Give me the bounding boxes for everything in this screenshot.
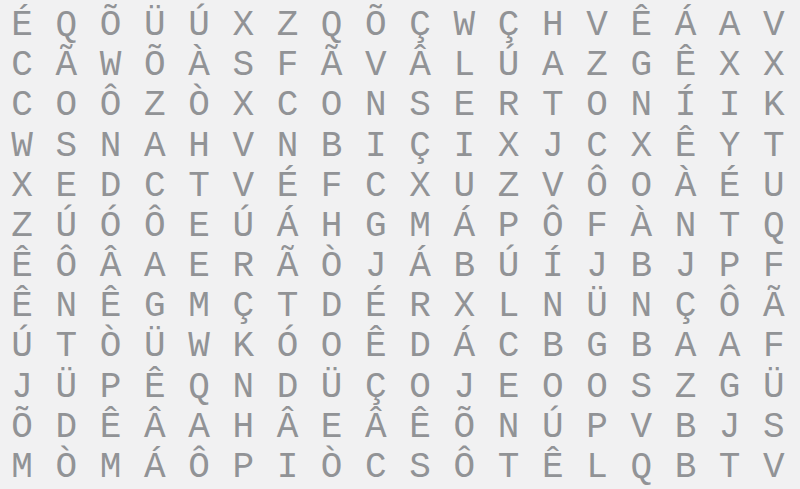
grid-cell[interactable]: Ê [354,327,398,367]
grid-cell[interactable]: B [310,127,354,167]
grid-cell[interactable]: Ü [575,287,619,327]
grid-cell[interactable]: Ç [398,127,442,167]
grid-cell[interactable]: F [265,46,309,86]
grid-cell[interactable]: Ê [88,287,132,327]
grid-cell[interactable]: U [752,167,796,207]
grid-cell[interactable]: W [0,127,44,167]
grid-cell[interactable]: V [575,6,619,46]
grid-cell[interactable]: Ò [44,448,88,488]
grid-cell[interactable]: Ó [88,207,132,247]
grid-cell[interactable]: V [531,167,575,207]
grid-cell[interactable]: Ô [44,247,88,287]
grid-cell[interactable]: Â [265,408,309,448]
grid-cell[interactable]: N [44,287,88,327]
grid-cell[interactable]: G [575,327,619,367]
grid-cell[interactable]: Ú [44,207,88,247]
grid-cell[interactable]: E [486,368,530,408]
grid-cell[interactable]: Ê [88,408,132,448]
grid-cell[interactable]: I [265,448,309,488]
grid-cell[interactable]: Ê [0,287,44,327]
grid-cell[interactable]: N [663,207,707,247]
word-search-screen: ÉQÕÜÚXZQÕÇWÇHVÊÁAVCÃWÕÀSFÃVÂLÚAZGÊXXCOÔZ… [0,0,800,489]
grid-cell[interactable]: Ô [133,207,177,247]
grid-cell[interactable]: Z [265,6,309,46]
grid-cell[interactable]: E [44,167,88,207]
grid-cell[interactable]: S [752,408,796,448]
grid-cell[interactable]: X [486,127,530,167]
grid-cell[interactable]: É [265,167,309,207]
grid-cell[interactable]: Ç [663,287,707,327]
grid-cell[interactable]: K [752,86,796,126]
grid-cell[interactable]: C [575,127,619,167]
grid-cell[interactable]: Ã [752,287,796,327]
grid-cell[interactable]: N [265,127,309,167]
grid-cell[interactable]: O [310,327,354,367]
grid-cell[interactable]: M [398,207,442,247]
grid-cell[interactable]: G [619,46,663,86]
grid-cell[interactable]: Ô [442,448,486,488]
grid-cell[interactable]: Á [398,247,442,287]
grid-cell[interactable]: S [398,448,442,488]
grid-cell[interactable]: É [0,6,44,46]
grid-cell[interactable]: E [442,86,486,126]
grid-cell[interactable]: P [708,247,752,287]
grid-cell[interactable]: Á [265,207,309,247]
grid-cell[interactable]: C [0,46,44,86]
grid-cell[interactable]: Ü [133,6,177,46]
grid-cell[interactable]: A [708,327,752,367]
grid-cell[interactable]: Õ [354,6,398,46]
grid-cell[interactable]: R [486,86,530,126]
grid-cell[interactable]: P [486,207,530,247]
grid-cell[interactable]: A [663,327,707,367]
grid-cell[interactable]: Ã [44,46,88,86]
grid-cell[interactable]: T [486,448,530,488]
grid-cell[interactable]: Ç [354,368,398,408]
grid-cell[interactable]: R [398,287,442,327]
grid-cell[interactable]: Ú [486,247,530,287]
grid-cell[interactable]: X [221,86,265,126]
grid-cell[interactable]: X [708,46,752,86]
grid-cell[interactable]: Í [663,86,707,126]
grid-cell[interactable]: Ô [531,207,575,247]
grid-cell[interactable]: X [221,6,265,46]
grid-cell[interactable]: F [575,207,619,247]
grid-cell[interactable]: C [354,167,398,207]
grid-cell[interactable]: À [619,207,663,247]
grid-cell[interactable]: Z [663,368,707,408]
grid-cell[interactable]: Õ [442,408,486,448]
grid-cell[interactable]: Õ [88,6,132,46]
grid-cell[interactable]: À [663,167,707,207]
grid-cell[interactable]: O [398,368,442,408]
grid-cell[interactable]: T [265,287,309,327]
grid-cell[interactable]: Ò [88,327,132,367]
grid-cell[interactable]: I [354,127,398,167]
grid-cell[interactable]: Ü [44,368,88,408]
grid-cell[interactable]: D [265,368,309,408]
grid-cell[interactable]: Z [0,207,44,247]
grid-cell[interactable]: V [752,6,796,46]
grid-cell[interactable]: H [177,127,221,167]
grid-cell[interactable]: Ê [619,6,663,46]
grid-cell[interactable]: P [88,368,132,408]
grid-cell[interactable]: W [442,6,486,46]
grid-cell[interactable]: V [619,408,663,448]
grid-cell[interactable]: B [663,448,707,488]
grid-cell[interactable]: N [88,127,132,167]
grid-cell[interactable]: Ô [88,86,132,126]
grid-cell[interactable]: Ã [265,247,309,287]
grid-cell[interactable]: J [663,247,707,287]
grid-cell[interactable]: Ê [531,448,575,488]
grid-cell[interactable]: Ú [0,327,44,367]
grid-cell[interactable]: A [708,6,752,46]
grid-cell[interactable]: L [575,448,619,488]
grid-cell[interactable]: B [619,327,663,367]
grid-cell[interactable]: C [486,327,530,367]
grid-cell[interactable]: T [708,448,752,488]
grid-cell[interactable]: Ú [177,6,221,46]
grid-cell[interactable]: N [619,86,663,126]
grid-cell[interactable]: B [442,247,486,287]
grid-cell[interactable]: Ò [310,247,354,287]
grid-cell[interactable]: X [442,287,486,327]
grid-cell[interactable]: N [486,408,530,448]
grid-cell[interactable]: E [177,207,221,247]
grid-cell[interactable]: Á [442,327,486,367]
grid-cell[interactable]: À [177,46,221,86]
grid-cell[interactable]: M [0,448,44,488]
grid-cell[interactable]: J [354,247,398,287]
grid-cell[interactable]: E [310,408,354,448]
grid-cell[interactable]: Â [398,46,442,86]
grid-cell[interactable]: N [619,287,663,327]
grid-cell[interactable]: F [752,247,796,287]
grid-cell[interactable]: X [752,46,796,86]
grid-cell[interactable]: Y [708,127,752,167]
grid-cell[interactable]: V [354,46,398,86]
grid-cell[interactable]: U [442,167,486,207]
grid-cell[interactable]: Ó [265,327,309,367]
grid-cell[interactable]: V [752,448,796,488]
grid-cell[interactable]: B [531,327,575,367]
grid-cell[interactable]: C [265,86,309,126]
grid-cell[interactable]: C [354,448,398,488]
grid-cell[interactable]: Ã [310,46,354,86]
grid-cell[interactable]: Õ [133,46,177,86]
grid-cell[interactable]: Q [44,6,88,46]
grid-cell[interactable]: W [177,327,221,367]
grid-cell[interactable]: G [708,368,752,408]
grid-cell[interactable]: O [575,86,619,126]
grid-cell[interactable]: J [575,247,619,287]
grid-cell[interactable]: Á [663,6,707,46]
grid-cell[interactable]: X [0,167,44,207]
grid-cell[interactable]: F [310,167,354,207]
grid-cell[interactable]: Ç [398,6,442,46]
grid-cell[interactable]: P [575,408,619,448]
grid-cell[interactable]: T [752,127,796,167]
grid-cell[interactable]: T [708,207,752,247]
grid-cell[interactable]: Ò [177,86,221,126]
grid-cell[interactable]: G [133,287,177,327]
grid-cell[interactable]: Z [575,46,619,86]
grid-cell[interactable]: Ê [0,247,44,287]
grid-cell[interactable]: Õ [0,408,44,448]
grid-cell[interactable]: K [221,327,265,367]
grid-cell[interactable]: F [752,327,796,367]
grid-cell[interactable]: L [442,46,486,86]
grid-cell[interactable]: B [663,408,707,448]
grid-cell[interactable]: R [221,247,265,287]
grid-cell[interactable]: J [0,368,44,408]
grid-cell[interactable]: Ô [177,448,221,488]
grid-cell[interactable]: A [133,247,177,287]
grid-cell[interactable]: N [531,287,575,327]
grid-cell[interactable]: O [575,368,619,408]
grid-cell[interactable]: V [221,167,265,207]
grid-cell[interactable]: Q [752,207,796,247]
grid-cell[interactable]: J [442,368,486,408]
grid-cell[interactable]: Ú [531,408,575,448]
grid-cell[interactable]: H [310,207,354,247]
grid-cell[interactable]: Ô [708,287,752,327]
grid-cell[interactable]: Ü [310,368,354,408]
grid-cell[interactable]: D [88,167,132,207]
grid-cell[interactable]: S [44,127,88,167]
grid-cell[interactable]: Ê [133,368,177,408]
grid-cell[interactable]: V [221,127,265,167]
grid-cell[interactable]: Á [133,448,177,488]
grid-cell[interactable]: Q [177,368,221,408]
grid-cell[interactable]: Ú [486,46,530,86]
grid-cell[interactable]: Ç [486,6,530,46]
grid-cell[interactable]: S [619,368,663,408]
grid-cell[interactable]: D [310,287,354,327]
grid-cell[interactable]: P [221,448,265,488]
grid-cell[interactable]: A [531,46,575,86]
grid-cell[interactable]: Ü [133,327,177,367]
grid-cell[interactable]: Z [133,86,177,126]
grid-cell[interactable]: M [177,287,221,327]
grid-cell[interactable]: W [88,46,132,86]
grid-cell[interactable]: N [354,86,398,126]
grid-cell[interactable]: O [44,86,88,126]
grid-cell[interactable]: M [88,448,132,488]
grid-cell[interactable]: Ü [752,368,796,408]
grid-cell[interactable]: A [177,408,221,448]
grid-cell[interactable]: Â [88,247,132,287]
grid-cell[interactable]: C [133,167,177,207]
grid-cell[interactable]: O [531,368,575,408]
grid-cell[interactable]: Í [531,247,575,287]
grid-cell[interactable]: J [531,127,575,167]
grid-cell[interactable]: H [531,6,575,46]
grid-cell[interactable]: E [177,247,221,287]
grid-cell[interactable]: D [44,408,88,448]
grid-cell[interactable]: Á [442,207,486,247]
grid-cell[interactable]: Ê [398,408,442,448]
grid-cell[interactable]: L [486,287,530,327]
grid-cell[interactable]: Ê [663,127,707,167]
grid-cell[interactable]: I [442,127,486,167]
grid-cell[interactable]: Z [486,167,530,207]
grid-cell[interactable]: C [0,86,44,126]
grid-cell[interactable]: É [354,287,398,327]
grid-cell[interactable]: S [221,46,265,86]
grid-cell[interactable]: O [310,86,354,126]
grid-cell[interactable]: D [398,327,442,367]
word-search-grid: ÉQÕÜÚXZQÕÇWÇHVÊÁAVCÃWÕÀSFÃVÂLÚAZGÊXXCOÔZ… [0,6,796,488]
grid-cell[interactable]: J [708,408,752,448]
grid-cell[interactable]: O [619,167,663,207]
grid-cell[interactable]: I [708,86,752,126]
grid-cell[interactable]: Q [310,6,354,46]
grid-cell[interactable]: X [619,127,663,167]
grid-cell[interactable]: T [44,327,88,367]
grid-cell[interactable]: H [221,408,265,448]
grid-cell[interactable]: N [221,368,265,408]
grid-cell[interactable]: Â [133,408,177,448]
grid-cell[interactable]: T [531,86,575,126]
grid-cell[interactable]: T [177,167,221,207]
grid-cell[interactable]: Â [354,408,398,448]
grid-cell[interactable]: S [398,86,442,126]
grid-cell[interactable]: G [354,207,398,247]
grid-cell[interactable]: Ç [221,287,265,327]
grid-cell[interactable]: Ê [663,46,707,86]
grid-cell[interactable]: Q [619,448,663,488]
grid-cell[interactable]: Ú [221,207,265,247]
grid-cell[interactable]: B [619,247,663,287]
grid-cell[interactable]: É [708,167,752,207]
grid-cell[interactable]: Ò [310,448,354,488]
grid-cell[interactable]: A [133,127,177,167]
grid-cell[interactable]: Ô [575,167,619,207]
grid-cell[interactable]: X [398,167,442,207]
